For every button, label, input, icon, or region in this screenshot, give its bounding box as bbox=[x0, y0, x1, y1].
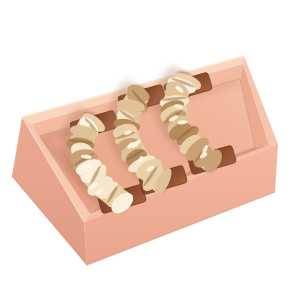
product-photo-stage bbox=[0, 0, 300, 300]
gift-box-scene bbox=[0, 0, 300, 300]
